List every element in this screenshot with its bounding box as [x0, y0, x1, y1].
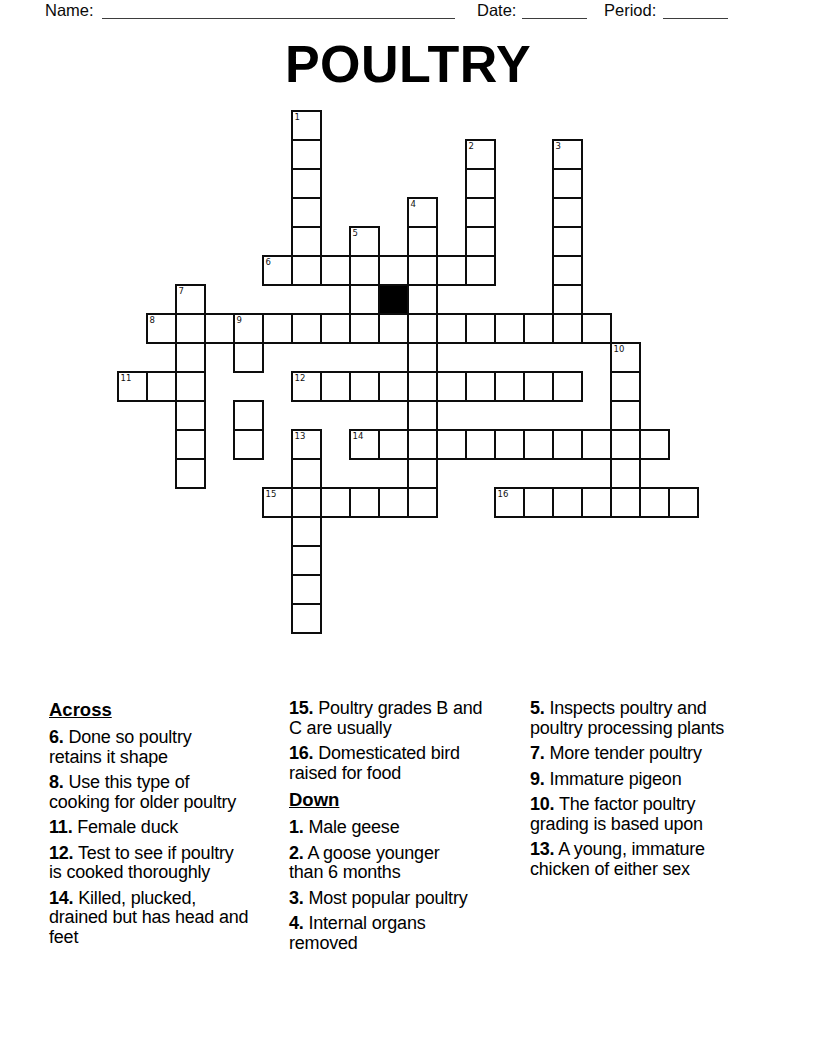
grid-cell[interactable]	[610, 458, 641, 489]
clue-down-7: 7. More tender poultry	[530, 744, 760, 764]
grid-cell[interactable]	[639, 429, 670, 460]
cell-number: 12	[295, 373, 306, 383]
grid-cell[interactable]: 2	[465, 139, 496, 170]
grid-cell[interactable]	[552, 371, 583, 402]
grid-cell[interactable]	[320, 487, 351, 518]
grid-cell[interactable]	[523, 487, 554, 518]
clue-number: 5.	[530, 698, 545, 718]
clue-down-10: 10. The factor poultry grading is based …	[530, 795, 760, 834]
grid-cell[interactable]	[175, 400, 206, 431]
grid-cell[interactable]	[552, 226, 583, 257]
clue-number: 12.	[49, 843, 73, 863]
grid-cell[interactable]: 15	[262, 487, 293, 518]
grid-cell[interactable]	[610, 371, 641, 402]
clue-column-2: 15. Poultry grades B and C are usually16…	[289, 699, 534, 959]
grid-cell[interactable]	[175, 342, 206, 373]
grid-cell[interactable]	[436, 255, 467, 286]
grid-cell[interactable]	[349, 255, 380, 286]
grid-cell[interactable]	[407, 255, 438, 286]
clue-number: 3.	[289, 888, 304, 908]
grid-cell[interactable]	[407, 429, 438, 460]
grid-cell[interactable]	[291, 139, 322, 170]
clue-column-3: 5. Inspects poultry and poultry processi…	[530, 699, 760, 885]
grid-cell[interactable]: 8	[146, 313, 177, 344]
name-label: Name:	[45, 1, 94, 20]
grid-cell[interactable]: 9	[233, 313, 264, 344]
grid-cell[interactable]	[494, 371, 525, 402]
grid-cell[interactable]	[465, 168, 496, 199]
cell-number: 9	[237, 315, 242, 325]
grid-cell[interactable]	[552, 487, 583, 518]
grid-cell[interactable]	[349, 487, 380, 518]
grid-cell[interactable]	[465, 197, 496, 228]
grid-cell[interactable]	[175, 458, 206, 489]
name-input-line[interactable]	[102, 18, 455, 19]
grid-cell[interactable]	[349, 313, 380, 344]
grid-cell[interactable]	[378, 255, 409, 286]
cell-number: 3	[556, 141, 561, 151]
grid-cell[interactable]	[291, 197, 322, 228]
cell-number: 13	[295, 431, 306, 441]
grid-cell[interactable]	[407, 342, 438, 373]
grid-cell[interactable]	[407, 284, 438, 315]
clue-down-1: 1. Male geese	[289, 818, 534, 838]
clue-across-15: 15. Poultry grades B and C are usually	[289, 699, 534, 738]
grid-cell[interactable]	[233, 342, 264, 373]
puzzle-title: POULTRY	[0, 34, 816, 94]
clue-number: 13.	[530, 839, 554, 859]
grid-cell[interactable]	[233, 400, 264, 431]
grid-cell[interactable]	[175, 313, 206, 344]
grid-cell[interactable]	[552, 313, 583, 344]
grid-cell[interactable]	[581, 313, 612, 344]
grid-cell[interactable]	[407, 400, 438, 431]
clue-down-3: 3. Most popular poultry	[289, 889, 534, 909]
grid-cell[interactable]	[378, 487, 409, 518]
cell-number: 11	[121, 373, 132, 383]
clue-column-1: Across6. Done so poultry retains it shap…	[49, 699, 299, 953]
grid-cell[interactable]	[291, 458, 322, 489]
clue-number: 16.	[289, 743, 313, 763]
clue-number: 2.	[289, 843, 304, 863]
clue-number: 7.	[530, 743, 545, 763]
grid-cell[interactable]: 10	[610, 342, 641, 373]
grid-cell[interactable]	[291, 603, 322, 634]
grid-cell[interactable]	[465, 226, 496, 257]
cell-number: 16	[498, 489, 509, 499]
grid-cell[interactable]	[639, 487, 670, 518]
clue-across-6: 6. Done so poultry retains it shape	[49, 728, 299, 767]
clue-number: 4.	[289, 913, 304, 933]
black-cell	[378, 284, 409, 315]
date-input-line[interactable]	[522, 18, 587, 19]
grid-cell[interactable]	[465, 255, 496, 286]
grid-cell[interactable]	[407, 371, 438, 402]
cell-number: 6	[266, 257, 271, 267]
grid-cell[interactable]: 13	[291, 429, 322, 460]
cell-number: 14	[353, 431, 364, 441]
down-heading: Down	[289, 789, 534, 811]
grid-cell[interactable]	[552, 284, 583, 315]
period-label: Period:	[604, 1, 656, 20]
grid-cell[interactable]	[407, 313, 438, 344]
clue-across-16: 16. Domesticated bird raised for food	[289, 744, 534, 783]
grid-cell[interactable]	[407, 226, 438, 257]
grid-cell[interactable]: 7	[175, 284, 206, 315]
grid-cell[interactable]	[610, 400, 641, 431]
grid-cell[interactable]	[436, 371, 467, 402]
grid-cell[interactable]	[610, 429, 641, 460]
grid-cell[interactable]	[291, 226, 322, 257]
crossword-grid: 12345678910111213141516	[117, 110, 699, 634]
grid-cell[interactable]	[204, 313, 235, 344]
grid-cell[interactable]	[291, 574, 322, 605]
clue-down-5: 5. Inspects poultry and poultry processi…	[530, 699, 760, 738]
cell-number: 10	[614, 344, 625, 354]
grid-cell[interactable]: 12	[291, 371, 322, 402]
grid-cell[interactable]	[378, 371, 409, 402]
grid-cell[interactable]	[407, 458, 438, 489]
clue-down-9: 9. Immature pigeon	[530, 770, 760, 790]
grid-cell[interactable]	[291, 487, 322, 518]
clue-across-14: 14. Killed, plucked, drained but has hea…	[49, 889, 299, 948]
grid-cell[interactable]	[465, 429, 496, 460]
clue-number: 14.	[49, 888, 73, 908]
grid-cell[interactable]	[262, 313, 293, 344]
clue-number: 6.	[49, 727, 64, 747]
grid-cell[interactable]	[291, 516, 322, 547]
grid-cell[interactable]	[349, 284, 380, 315]
clue-down-13: 13. A young, immature chicken of either …	[530, 840, 760, 879]
grid-cell[interactable]: 11	[117, 371, 148, 402]
grid-cell[interactable]	[320, 313, 351, 344]
clue-number: 11.	[49, 817, 72, 837]
grid-cell[interactable]	[465, 371, 496, 402]
grid-cell[interactable]	[320, 255, 351, 286]
grid-cell[interactable]	[523, 371, 554, 402]
cell-number: 2	[469, 141, 474, 151]
grid-cell[interactable]: 6	[262, 255, 293, 286]
grid-cell[interactable]	[175, 371, 206, 402]
cell-number: 4	[411, 199, 416, 209]
grid-cell[interactable]	[523, 429, 554, 460]
date-label: Date:	[477, 1, 516, 20]
cell-number: 5	[353, 228, 358, 238]
grid-cell[interactable]	[291, 168, 322, 199]
grid-cell[interactable]	[610, 487, 641, 518]
grid-cell[interactable]: 1	[291, 110, 322, 141]
grid-cell[interactable]	[668, 487, 699, 518]
cell-number: 7	[179, 286, 184, 296]
clue-number: 10.	[530, 794, 554, 814]
grid-cell[interactable]	[291, 313, 322, 344]
grid-cell[interactable]	[552, 255, 583, 286]
grid-cell[interactable]	[407, 487, 438, 518]
period-input-line[interactable]	[663, 18, 728, 19]
grid-cell[interactable]	[523, 313, 554, 344]
grid-cell[interactable]	[436, 313, 467, 344]
clue-across-11: 11. Female duck	[49, 818, 299, 838]
clue-number: 1.	[289, 817, 304, 837]
clue-number: 8.	[49, 772, 64, 792]
grid-cell[interactable]	[436, 429, 467, 460]
grid-cell[interactable]: 3	[552, 139, 583, 170]
grid-cell[interactable]: 16	[494, 487, 525, 518]
grid-cell[interactable]	[494, 313, 525, 344]
grid-cell[interactable]: 5	[349, 226, 380, 257]
worksheet-page: Name: Date: Period: POULTRY 123456789101…	[0, 0, 816, 1056]
grid-cell[interactable]	[552, 168, 583, 199]
grid-cell[interactable]	[320, 371, 351, 402]
grid-cell[interactable]	[349, 371, 380, 402]
cell-number: 1	[295, 112, 300, 122]
grid-cell[interactable]	[291, 255, 322, 286]
grid-cell[interactable]: 14	[349, 429, 380, 460]
grid-cell[interactable]	[552, 197, 583, 228]
cell-number: 15	[266, 489, 277, 499]
cell-number: 8	[150, 315, 155, 325]
clue-down-4: 4. Internal organs removed	[289, 914, 534, 953]
clue-number: 15.	[289, 698, 313, 718]
grid-cell[interactable]	[146, 371, 177, 402]
clue-across-8: 8. Use this type of cooking for older po…	[49, 773, 299, 812]
grid-cell[interactable]	[175, 429, 206, 460]
clue-across-12: 12. Test to see if poultry is cooked tho…	[49, 844, 299, 883]
grid-cell[interactable]	[291, 545, 322, 576]
clue-down-2: 2. A goose younger than 6 months	[289, 844, 534, 883]
across-heading: Across	[49, 699, 299, 721]
grid-cell[interactable]	[494, 429, 525, 460]
grid-cell[interactable]	[233, 429, 264, 460]
grid-cell[interactable]	[552, 429, 583, 460]
clue-number: 9.	[530, 769, 545, 789]
grid-cell[interactable]	[581, 429, 612, 460]
grid-cell[interactable]: 4	[407, 197, 438, 228]
grid-cell[interactable]	[378, 429, 409, 460]
grid-cell[interactable]	[581, 487, 612, 518]
grid-cell[interactable]	[465, 313, 496, 344]
grid-cell[interactable]	[378, 313, 409, 344]
